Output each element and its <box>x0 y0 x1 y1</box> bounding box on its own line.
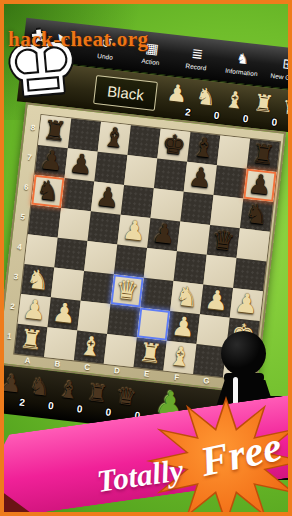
square-g5[interactable]: ♛ <box>207 225 240 258</box>
turn-label: Black <box>93 75 158 111</box>
knight-icon: ♞ <box>194 82 217 110</box>
captured-bishop: ♝0 <box>54 374 87 417</box>
black-rook-h8: ♜ <box>247 137 280 172</box>
captured-knight: ♞0 <box>191 80 224 123</box>
square-d7[interactable] <box>124 155 157 188</box>
square-a1[interactable]: ♜ <box>14 324 47 357</box>
square-b1[interactable] <box>44 327 77 360</box>
white-pawn-g3: ♟ <box>200 283 233 318</box>
square-e7[interactable] <box>154 158 187 191</box>
square-c3[interactable] <box>81 271 114 304</box>
rank-label-4: 4 <box>14 242 25 252</box>
black-bishop-f8: ♝ <box>187 130 220 165</box>
square-a8[interactable]: ♜ <box>38 115 71 148</box>
square-d4[interactable] <box>114 244 147 277</box>
frame-right <box>288 0 292 516</box>
white-bishop-f1: ♝ <box>163 339 196 374</box>
bishop-icon: ♝ <box>223 86 246 114</box>
square-e8[interactable]: ♚ <box>157 129 190 162</box>
square-e2[interactable] <box>137 308 170 341</box>
black-king-e8: ♚ <box>157 127 190 162</box>
square-f5[interactable] <box>177 221 210 254</box>
rank-label-8: 8 <box>28 123 39 133</box>
rank-label-5: 5 <box>17 212 28 222</box>
black-pawn-c6: ♟ <box>91 179 124 214</box>
square-d1[interactable] <box>104 334 137 367</box>
captured-bishop: ♝0 <box>220 84 253 127</box>
square-h4[interactable] <box>233 258 266 291</box>
rank-label-7: 7 <box>24 152 35 162</box>
square-f3[interactable]: ♞ <box>170 281 203 314</box>
black-pawn-e5: ♟ <box>147 216 180 251</box>
square-a2[interactable]: ♟ <box>18 294 51 327</box>
watermark-text: hack-cheat.org <box>8 27 149 52</box>
square-a5[interactable] <box>28 205 61 238</box>
black-rook-a8: ♜ <box>38 113 71 148</box>
square-h3[interactable]: ♟ <box>230 288 263 321</box>
square-h6[interactable]: ♞ <box>240 198 273 231</box>
square-f6[interactable] <box>180 192 213 225</box>
frame-bottom <box>0 512 292 516</box>
white-bishop-c1: ♝ <box>74 329 107 364</box>
white-knight-f3: ♞ <box>170 279 203 314</box>
square-e6[interactable] <box>151 188 184 221</box>
square-b3[interactable] <box>51 268 84 301</box>
square-b5[interactable] <box>58 208 91 241</box>
captured-rook: ♜0 <box>83 377 116 420</box>
rook-icon: ♜ <box>252 89 275 117</box>
pawn-icon: ♟ <box>165 79 188 107</box>
square-g4[interactable] <box>203 255 236 288</box>
square-f2[interactable]: ♟ <box>167 311 200 344</box>
frame-top <box>0 0 292 4</box>
white-pawn-b2: ♟ <box>47 295 80 330</box>
record-lines-icon: ≣ <box>191 45 205 63</box>
square-h7[interactable]: ♟ <box>243 169 276 202</box>
black-knight-a6: ♞ <box>31 173 64 208</box>
rank-label-3: 3 <box>11 272 22 282</box>
square-d3[interactable]: ♛ <box>111 274 144 307</box>
square-b6[interactable] <box>61 178 94 211</box>
square-c4[interactable] <box>84 241 117 274</box>
toolbar-label: Information <box>225 67 258 78</box>
frame-left <box>0 0 4 516</box>
black-queen-g5: ♛ <box>207 223 240 258</box>
square-d6[interactable] <box>121 185 154 218</box>
queen-icon: ♛ <box>115 382 138 410</box>
square-b8[interactable] <box>68 118 101 151</box>
rook-icon: ♜ <box>86 379 109 407</box>
captured-knight: ♞0 <box>25 370 58 413</box>
white-pawn-f2: ♟ <box>167 309 200 344</box>
rank-label-2: 2 <box>7 302 18 312</box>
pawn-silhouette-head <box>221 331 266 376</box>
square-f7[interactable]: ♟ <box>184 162 217 195</box>
square-a6[interactable]: ♞ <box>31 175 64 208</box>
knight-icon: ♞ <box>236 50 250 68</box>
black-pawn-f7: ♟ <box>184 160 217 195</box>
square-h8[interactable]: ♜ <box>247 139 280 172</box>
square-e5[interactable]: ♟ <box>147 218 180 251</box>
square-f4[interactable] <box>174 251 207 284</box>
square-c1[interactable]: ♝ <box>74 331 107 364</box>
square-f1[interactable]: ♝ <box>163 341 196 374</box>
black-pawn-h7: ♟ <box>243 167 276 202</box>
square-a7[interactable]: ♟ <box>35 145 68 178</box>
square-d2[interactable] <box>107 304 140 337</box>
square-c6[interactable]: ♟ <box>91 181 124 214</box>
square-c7[interactable] <box>94 152 127 185</box>
bishop-icon: ♝ <box>57 376 80 404</box>
square-b2[interactable]: ♟ <box>47 297 80 330</box>
square-f8[interactable]: ♝ <box>187 132 220 165</box>
black-knight-h6: ♞ <box>240 196 273 231</box>
white-pawn-h3: ♟ <box>230 286 263 321</box>
white-queen-d3: ♛ <box>111 272 144 307</box>
rank-label-6: 6 <box>21 182 32 192</box>
toolbar-label: Action <box>141 57 160 66</box>
black-bishop-c8: ♝ <box>98 120 131 155</box>
white-knight-a3: ♞ <box>21 262 54 297</box>
square-c5[interactable] <box>87 211 120 244</box>
square-c8[interactable]: ♝ <box>98 122 131 155</box>
square-b4[interactable] <box>54 238 87 271</box>
captured-rook: ♜0 <box>248 87 281 130</box>
square-g6[interactable] <box>210 195 243 228</box>
knight-icon: ♞ <box>28 373 51 401</box>
square-g7[interactable] <box>214 165 247 198</box>
screenshot-root: ➤Menu↺Undo▦Action≣Record♞Information⊞New… <box>0 0 292 516</box>
square-b7[interactable]: ♟ <box>64 148 97 181</box>
square-e1[interactable]: ♜ <box>134 337 167 370</box>
white-rook-e1: ♜ <box>134 335 167 370</box>
square-h5[interactable] <box>237 228 270 261</box>
white-pawn-d5: ♟ <box>117 213 150 248</box>
black-pawn-b7: ♟ <box>64 146 97 181</box>
toolbar-record[interactable]: ≣Record <box>172 35 222 81</box>
rank-label-1: 1 <box>4 331 15 341</box>
white-pawn-a2: ♟ <box>18 292 51 327</box>
captured-pawn: ♟2 <box>162 77 195 120</box>
square-e4[interactable] <box>144 248 177 281</box>
black-pawn-a7: ♟ <box>35 143 68 178</box>
toolbar-label: Undo <box>97 52 113 61</box>
square-g3[interactable]: ♟ <box>200 284 233 317</box>
white-rook-a1: ♜ <box>14 322 47 357</box>
square-g8[interactable] <box>217 135 250 168</box>
square-d5[interactable]: ♟ <box>117 215 150 248</box>
toolbar-label: Record <box>185 62 207 71</box>
toolbar-information[interactable]: ♞Information <box>217 40 267 86</box>
square-c2[interactable] <box>77 301 110 334</box>
square-a4[interactable] <box>24 234 57 267</box>
square-e3[interactable] <box>140 278 173 311</box>
square-a3[interactable]: ♞ <box>21 264 54 297</box>
square-d8[interactable] <box>127 125 160 158</box>
